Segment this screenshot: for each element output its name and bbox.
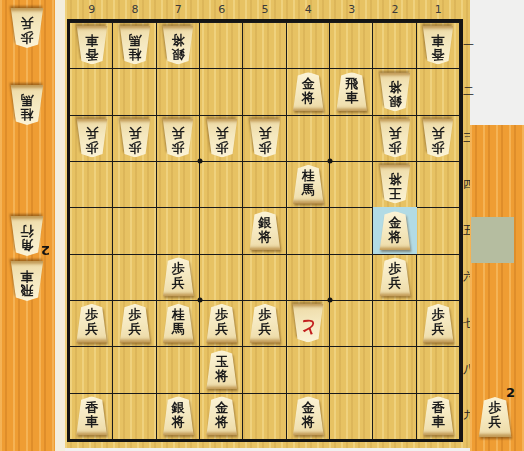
piece-sente-57[interactable]: 歩兵 xyxy=(248,304,282,343)
piece-sente-79[interactable]: 銀将 xyxy=(161,396,195,435)
hand-slot-highlight-gold xyxy=(471,217,514,263)
piece-gote-93[interactable]: 歩兵 xyxy=(75,118,109,157)
piece-sente-17[interactable]: 歩兵 xyxy=(421,304,455,343)
row-label: 一 xyxy=(462,22,475,68)
column-label: 2 xyxy=(373,0,416,19)
column-label: 1 xyxy=(417,0,460,19)
piece-sente-25[interactable]: 金将 xyxy=(378,211,412,250)
piece-gote-91[interactable]: 香車 xyxy=(75,26,109,65)
star-point xyxy=(328,298,333,303)
shogi-board[interactable]: 香車桂馬銀将香車金将飛車銀将歩兵歩兵歩兵歩兵歩兵歩兵歩兵桂馬王将銀将金将歩兵歩兵… xyxy=(67,19,463,442)
piece-gote-23[interactable]: 歩兵 xyxy=(378,118,412,157)
piece-sente-49[interactable]: 金将 xyxy=(291,396,325,435)
piece-gote-71[interactable]: 銀将 xyxy=(161,26,195,65)
column-label: 3 xyxy=(330,0,373,19)
piece-gote-13[interactable]: 歩兵 xyxy=(421,118,455,157)
piece-sente-69[interactable]: 金将 xyxy=(205,396,239,435)
hand-piece-gote-rook[interactable]: 飛車 xyxy=(9,261,45,301)
piece-gote-63[interactable]: 歩兵 xyxy=(205,118,239,157)
shogi-app-screen: 歩兵桂馬角行2飛車 987654321 香車桂馬銀将香車金将飛車銀将歩兵歩兵歩兵… xyxy=(0,0,524,451)
column-label: 6 xyxy=(200,0,243,19)
piece-sente-68[interactable]: 玉将 xyxy=(205,350,239,389)
column-label: 7 xyxy=(157,0,200,19)
piece-gote-11[interactable]: 香車 xyxy=(421,26,455,65)
hand-count-sente-pawn: 2 xyxy=(506,385,515,400)
column-label: 8 xyxy=(113,0,156,19)
piece-sente-26[interactable]: 歩兵 xyxy=(378,257,412,296)
star-point xyxy=(198,159,203,164)
piece-gote-24[interactable]: 王将 xyxy=(378,165,412,204)
piece-sente-76[interactable]: 歩兵 xyxy=(161,257,195,296)
hand-piece-gote-bishop[interactable]: 角行 xyxy=(9,216,45,256)
piece-gote-83[interactable]: 歩兵 xyxy=(118,118,152,157)
column-label: 5 xyxy=(243,0,286,19)
column-labels: 987654321 xyxy=(70,0,460,19)
sente-captured-tray[interactable]: 歩兵2 xyxy=(470,125,524,451)
star-point xyxy=(198,298,203,303)
piece-sente-67[interactable]: 歩兵 xyxy=(205,304,239,343)
hand-piece-sente-pawn[interactable]: 歩兵 xyxy=(477,397,513,437)
piece-gote-73[interactable]: 歩兵 xyxy=(161,118,195,157)
hand-count-gote-bishop: 2 xyxy=(41,243,50,258)
gote-captured-tray[interactable]: 歩兵桂馬角行2飛車 xyxy=(0,0,55,451)
piece-sente-97[interactable]: 歩兵 xyxy=(75,304,109,343)
piece-gote-47[interactable]: と xyxy=(291,304,325,343)
column-label: 9 xyxy=(70,0,113,19)
piece-sente-55[interactable]: 銀将 xyxy=(248,211,282,250)
piece-sente-77[interactable]: 桂馬 xyxy=(161,304,195,343)
left-divider xyxy=(55,0,65,451)
column-label: 4 xyxy=(287,0,330,19)
piece-sente-19[interactable]: 香車 xyxy=(421,396,455,435)
piece-sente-99[interactable]: 香車 xyxy=(75,396,109,435)
hand-piece-gote-pawn[interactable]: 歩兵 xyxy=(9,8,45,48)
piece-gote-22[interactable]: 銀将 xyxy=(378,72,412,111)
star-point xyxy=(328,159,333,164)
piece-sente-32[interactable]: 飛車 xyxy=(335,72,369,111)
board-margin: 987654321 香車桂馬銀将香車金将飛車銀将歩兵歩兵歩兵歩兵歩兵歩兵歩兵桂馬… xyxy=(65,0,470,448)
piece-sente-42[interactable]: 金将 xyxy=(291,72,325,111)
piece-sente-44[interactable]: 桂馬 xyxy=(291,165,325,204)
hand-piece-gote-knight[interactable]: 桂馬 xyxy=(9,85,45,125)
row-label: 二 xyxy=(462,68,475,114)
piece-gote-53[interactable]: 歩兵 xyxy=(248,118,282,157)
piece-sente-87[interactable]: 歩兵 xyxy=(118,304,152,343)
piece-gote-81[interactable]: 桂馬 xyxy=(118,26,152,65)
